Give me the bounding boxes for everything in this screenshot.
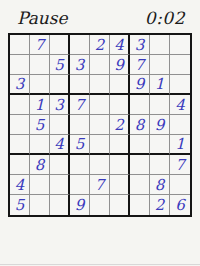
cell-r3c2[interactable] [30, 75, 50, 95]
cell-r5c7[interactable]: 8 [130, 115, 150, 135]
cell-r1c5[interactable]: 2 [90, 35, 110, 55]
cell-r5c1[interactable] [10, 115, 30, 135]
cell-r8c4[interactable] [70, 175, 90, 195]
cell-r7c6[interactable] [110, 155, 130, 175]
cell-r9c1[interactable]: 5 [10, 195, 30, 215]
cell-r9c2[interactable] [30, 195, 50, 215]
cell-r3c6[interactable] [110, 75, 130, 95]
cell-r4c4[interactable]: 7 [70, 95, 90, 115]
cell-r8c3[interactable] [50, 175, 70, 195]
cell-r7c5[interactable] [90, 155, 110, 175]
cell-r1c6[interactable]: 4 [110, 35, 130, 55]
cell-r5c4[interactable] [70, 115, 90, 135]
cell-r1c7[interactable]: 3 [130, 35, 150, 55]
cell-r4c5[interactable] [90, 95, 110, 115]
cell-r1c1[interactable] [10, 35, 30, 55]
cell-r5c3[interactable] [50, 115, 70, 135]
cell-r2c9[interactable] [170, 55, 190, 75]
cell-r9c8[interactable]: 2 [150, 195, 170, 215]
cell-r3c8[interactable]: 1 [150, 75, 170, 95]
cell-r6c2[interactable] [30, 135, 50, 155]
bottom-divider [0, 264, 200, 265]
cell-r9c9[interactable]: 6 [170, 195, 190, 215]
cell-r7c9[interactable]: 7 [170, 155, 190, 175]
cell-r5c2[interactable]: 5 [30, 115, 50, 135]
cell-r7c3[interactable] [50, 155, 70, 175]
cell-r7c1[interactable] [10, 155, 30, 175]
cell-r7c8[interactable] [150, 155, 170, 175]
game-timer: 0:02 [145, 8, 185, 28]
cell-r2c2[interactable] [30, 55, 50, 75]
cell-r8c1[interactable]: 4 [10, 175, 30, 195]
cell-r9c6[interactable] [110, 195, 130, 215]
cell-r8c9[interactable] [170, 175, 190, 195]
cell-r5c5[interactable] [90, 115, 110, 135]
cell-r7c4[interactable] [70, 155, 90, 175]
cell-r5c9[interactable] [170, 115, 190, 135]
cell-r3c9[interactable] [170, 75, 190, 95]
cell-r2c7[interactable]: 7 [130, 55, 150, 75]
cell-r1c3[interactable] [50, 35, 70, 55]
cell-r1c2[interactable]: 7 [30, 35, 50, 55]
cell-r9c4[interactable]: 9 [70, 195, 90, 215]
cell-r4c7[interactable] [130, 95, 150, 115]
cell-r6c9[interactable]: 1 [170, 135, 190, 155]
cell-r7c7[interactable] [130, 155, 150, 175]
cell-r6c8[interactable] [150, 135, 170, 155]
cell-r5c8[interactable]: 9 [150, 115, 170, 135]
cell-r5c6[interactable]: 2 [110, 115, 130, 135]
cell-r8c6[interactable] [110, 175, 130, 195]
cell-r1c4[interactable] [70, 35, 90, 55]
cell-r6c3[interactable]: 4 [50, 135, 70, 155]
cell-r2c8[interactable] [150, 55, 170, 75]
cell-r3c3[interactable] [50, 75, 70, 95]
pause-button[interactable]: Pause [17, 8, 68, 28]
cell-r6c4[interactable]: 5 [70, 135, 90, 155]
cell-r3c4[interactable] [70, 75, 90, 95]
cell-r3c5[interactable] [90, 75, 110, 95]
cell-r1c8[interactable] [150, 35, 170, 55]
cell-r2c1[interactable] [10, 55, 30, 75]
cell-r8c5[interactable]: 7 [90, 175, 110, 195]
cell-r6c5[interactable] [90, 135, 110, 155]
sudoku-grid[interactable]: 7243539739113745289451874785926 [8, 33, 192, 217]
cell-r4c2[interactable]: 1 [30, 95, 50, 115]
cell-r1c9[interactable] [170, 35, 190, 55]
cell-r3c1[interactable]: 3 [10, 75, 30, 95]
top-bar: Pause 0:02 [0, 0, 200, 33]
cell-r2c5[interactable] [90, 55, 110, 75]
cell-r8c8[interactable]: 8 [150, 175, 170, 195]
cell-r3c7[interactable]: 9 [130, 75, 150, 95]
cell-r9c7[interactable] [130, 195, 150, 215]
cell-r6c1[interactable] [10, 135, 30, 155]
cell-r8c7[interactable] [130, 175, 150, 195]
cell-r6c6[interactable] [110, 135, 130, 155]
cell-r2c3[interactable]: 5 [50, 55, 70, 75]
cell-r4c3[interactable]: 3 [50, 95, 70, 115]
cell-r9c5[interactable] [90, 195, 110, 215]
cell-r4c1[interactable] [10, 95, 30, 115]
cell-r4c6[interactable] [110, 95, 130, 115]
cell-r6c7[interactable] [130, 135, 150, 155]
cell-r8c2[interactable] [30, 175, 50, 195]
cell-r9c3[interactable] [50, 195, 70, 215]
cell-r2c6[interactable]: 9 [110, 55, 130, 75]
cell-r2c4[interactable]: 3 [70, 55, 90, 75]
cell-r4c8[interactable] [150, 95, 170, 115]
cell-r4c9[interactable]: 4 [170, 95, 190, 115]
cell-r7c2[interactable]: 8 [30, 155, 50, 175]
